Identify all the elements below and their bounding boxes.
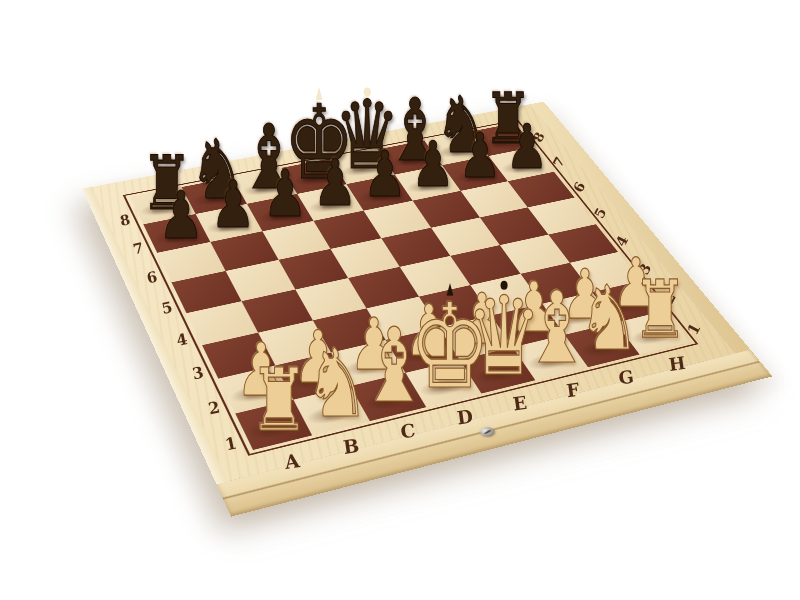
king-finial-tip-icon (446, 283, 453, 296)
chess-piece-black-pawn[interactable]: ♟ (313, 153, 358, 217)
chess-piece-white-rook[interactable]: ♜ (632, 270, 688, 350)
chess-piece-black-pawn[interactable]: ♟ (262, 162, 307, 227)
chess-piece-black-pawn[interactable]: ♟ (158, 182, 204, 248)
queen-finial-ball-icon (500, 281, 507, 290)
chess-piece-black-pawn[interactable]: ♟ (411, 134, 455, 197)
chess-piece-black-pawn[interactable]: ♟ (506, 116, 549, 177)
chess-piece-black-pawn[interactable]: ♟ (362, 143, 406, 206)
chess-piece-white-knight[interactable]: ♞ (304, 336, 370, 431)
chess-piece-black-pawn[interactable]: ♟ (211, 172, 257, 237)
chess-pieces: ♜♞♝♚♛♝♞♜♟♟♟♟♟♟♟♟♟♟♟♟♟♟♟♟♜♞♝♚♛♝♞♜ (0, 0, 800, 600)
chess-set-photo: ABCDEFGH8765432187654321 ♜♞♝♚♛♝♞♜♟♟♟♟♟♟♟… (0, 0, 800, 600)
chess-piece-black-pawn[interactable]: ♟ (459, 125, 502, 187)
king-finial-tip-icon (315, 87, 322, 100)
chess-piece-white-rook[interactable]: ♜ (249, 358, 309, 444)
queen-finial-ball-icon (364, 88, 371, 97)
